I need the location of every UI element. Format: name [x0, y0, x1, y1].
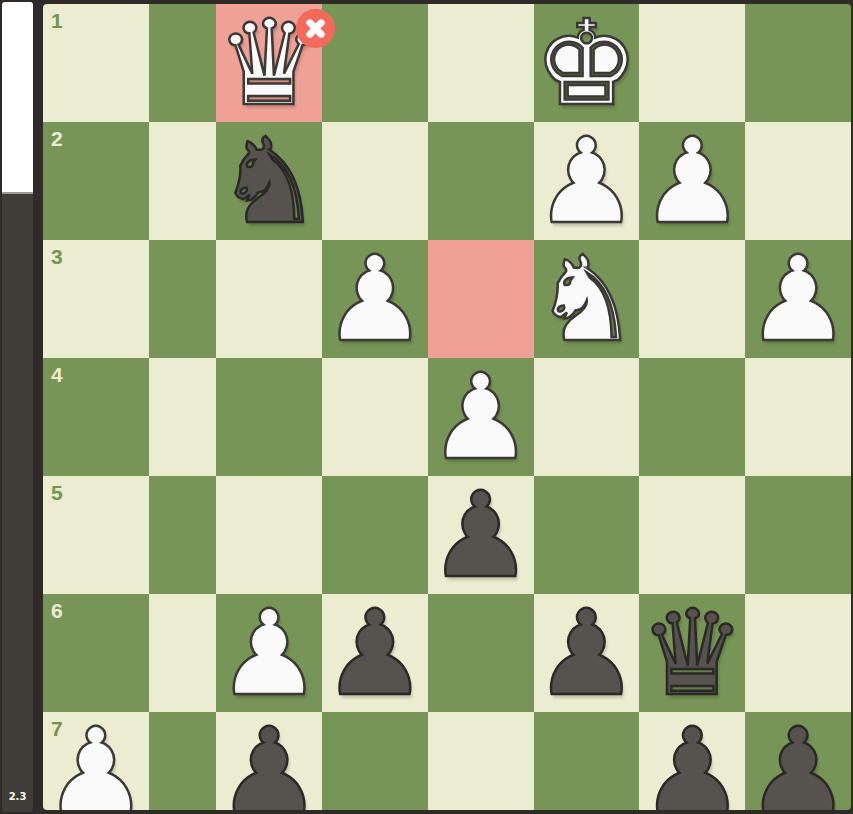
square-c1[interactable]: ♚: [534, 4, 640, 122]
square-b6[interactable]: ♛: [639, 594, 745, 712]
square-a1[interactable]: [745, 4, 851, 122]
square-f4[interactable]: [216, 358, 322, 476]
square-e6[interactable]: ♟: [322, 594, 428, 712]
chess-board[interactable]: 1♛♚2♞♟♟3♟♞♟4♟5♟6♟♟♟♛7♟♟♟♟8h♚gfedcba♜: [43, 4, 851, 810]
black-pawn[interactable]: ♟: [745, 712, 851, 810]
white-pawn[interactable]: ♟: [745, 240, 851, 358]
black-queen[interactable]: ♛: [639, 594, 745, 712]
black-pawn[interactable]: ♟: [534, 594, 640, 712]
square-d5[interactable]: ♟: [428, 476, 534, 594]
square-c5[interactable]: [534, 476, 640, 594]
miss-badge: [296, 9, 335, 48]
black-pawn[interactable]: ♟: [428, 476, 534, 594]
square-g4[interactable]: [149, 358, 216, 476]
rank-label-6: 6: [51, 600, 63, 621]
square-g7[interactable]: [149, 712, 216, 810]
rank-label-4: 4: [51, 364, 63, 385]
square-b2[interactable]: ♟: [639, 122, 745, 240]
square-c2[interactable]: ♟: [534, 122, 640, 240]
square-h1[interactable]: 1: [43, 4, 149, 122]
black-pawn[interactable]: ♟: [639, 712, 745, 810]
square-h3[interactable]: 3: [43, 240, 149, 358]
square-c3[interactable]: ♞: [534, 240, 640, 358]
square-f5[interactable]: [216, 476, 322, 594]
square-a2[interactable]: [745, 122, 851, 240]
white-king[interactable]: ♚: [534, 4, 640, 122]
square-a5[interactable]: [745, 476, 851, 594]
square-h7[interactable]: 7♟: [43, 712, 149, 810]
analysis-page: 2.3 1♛♚2♞♟♟3♟♞♟4♟5♟6♟♟♟♛7♟♟♟♟8h♚gfedcba♜: [0, 0, 853, 814]
square-g6[interactable]: [149, 594, 216, 712]
square-e3[interactable]: ♟: [322, 240, 428, 358]
square-a3[interactable]: ♟: [745, 240, 851, 358]
square-b3[interactable]: [639, 240, 745, 358]
white-pawn[interactable]: ♟: [216, 594, 322, 712]
black-pawn[interactable]: ♟: [322, 594, 428, 712]
evaluation-bar: 2.3: [2, 2, 33, 812]
white-knight[interactable]: ♞: [534, 240, 640, 358]
square-g3[interactable]: [149, 240, 216, 358]
white-pawn[interactable]: ♟: [428, 358, 534, 476]
rank-label-7: 7: [51, 718, 63, 739]
square-e2[interactable]: [322, 122, 428, 240]
square-a6[interactable]: [745, 594, 851, 712]
square-g5[interactable]: [149, 476, 216, 594]
square-e7[interactable]: [322, 712, 428, 810]
square-d7[interactable]: [428, 712, 534, 810]
square-h4[interactable]: 4: [43, 358, 149, 476]
square-b1[interactable]: [639, 4, 745, 122]
square-h6[interactable]: 6: [43, 594, 149, 712]
rank-label-5: 5: [51, 482, 63, 503]
square-d6[interactable]: [428, 594, 534, 712]
square-g1[interactable]: [149, 4, 216, 122]
black-pawn[interactable]: ♟: [216, 712, 322, 810]
square-d4[interactable]: ♟: [428, 358, 534, 476]
square-g2[interactable]: [149, 122, 216, 240]
square-f7[interactable]: ♟: [216, 712, 322, 810]
square-c6[interactable]: ♟: [534, 594, 640, 712]
rank-label-2: 2: [51, 128, 63, 149]
square-e5[interactable]: [322, 476, 428, 594]
square-f3[interactable]: [216, 240, 322, 358]
evaluation-score: 2.3: [2, 791, 33, 802]
square-c7[interactable]: [534, 712, 640, 810]
square-d3[interactable]: [428, 240, 534, 358]
white-pawn[interactable]: ♟: [534, 122, 640, 240]
square-a4[interactable]: [745, 358, 851, 476]
square-d1[interactable]: [428, 4, 534, 122]
square-h5[interactable]: 5: [43, 476, 149, 594]
square-d2[interactable]: [428, 122, 534, 240]
rank-label-3: 3: [51, 246, 63, 267]
evaluation-bar-white-section: [2, 2, 33, 194]
square-b7[interactable]: ♟: [639, 712, 745, 810]
rank-label-1: 1: [51, 10, 63, 31]
black-knight[interactable]: ♞: [216, 122, 322, 240]
square-f6[interactable]: ♟: [216, 594, 322, 712]
square-b4[interactable]: [639, 358, 745, 476]
square-a7[interactable]: ♟: [745, 712, 851, 810]
square-f2[interactable]: ♞: [216, 122, 322, 240]
square-h2[interactable]: 2: [43, 122, 149, 240]
square-f1[interactable]: ♛: [216, 4, 322, 122]
white-pawn[interactable]: ♟: [322, 240, 428, 358]
square-c4[interactable]: [534, 358, 640, 476]
square-e1[interactable]: [322, 4, 428, 122]
square-b5[interactable]: [639, 476, 745, 594]
square-e4[interactable]: [322, 358, 428, 476]
white-pawn[interactable]: ♟: [639, 122, 745, 240]
